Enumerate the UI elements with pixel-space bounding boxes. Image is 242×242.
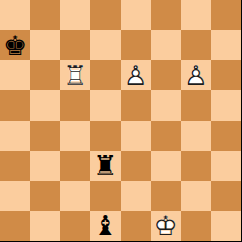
- black-rook-piece[interactable]: ♜: [90, 151, 120, 181]
- square-b1[interactable]: [30, 211, 60, 241]
- square-d6[interactable]: [90, 60, 120, 90]
- square-e2[interactable]: [121, 181, 151, 211]
- square-b2[interactable]: [30, 181, 60, 211]
- square-e1[interactable]: [121, 211, 151, 241]
- square-g6[interactable]: ♟♙: [181, 60, 211, 90]
- white-king-piece[interactable]: ♔: [151, 211, 181, 241]
- chess-diagram: ♚♜♖♟♙♟♙♜♝♚♔: [0, 0, 242, 242]
- square-b3[interactable]: [30, 151, 60, 181]
- square-c1[interactable]: [60, 211, 90, 241]
- square-h3[interactable]: [211, 151, 241, 181]
- white-pawn-piece[interactable]: ♙: [181, 60, 211, 90]
- square-c7[interactable]: [60, 30, 90, 60]
- square-g4[interactable]: [181, 121, 211, 151]
- square-a7[interactable]: ♚: [0, 30, 30, 60]
- square-a3[interactable]: [0, 151, 30, 181]
- square-c3[interactable]: [60, 151, 90, 181]
- square-h7[interactable]: [211, 30, 241, 60]
- square-e3[interactable]: [121, 151, 151, 181]
- square-a4[interactable]: [0, 121, 30, 151]
- square-b6[interactable]: [30, 60, 60, 90]
- square-g5[interactable]: [181, 90, 211, 120]
- square-c5[interactable]: [60, 90, 90, 120]
- square-f2[interactable]: [151, 181, 181, 211]
- square-g1[interactable]: [181, 211, 211, 241]
- square-f3[interactable]: [151, 151, 181, 181]
- square-e6[interactable]: ♟♙: [121, 60, 151, 90]
- square-a1[interactable]: [0, 211, 30, 241]
- white-pawn-piece[interactable]: ♙: [121, 60, 151, 90]
- square-c8[interactable]: [60, 0, 90, 30]
- square-f4[interactable]: [151, 121, 181, 151]
- square-f7[interactable]: [151, 30, 181, 60]
- square-h4[interactable]: [211, 121, 241, 151]
- black-king-piece[interactable]: ♚: [0, 30, 30, 60]
- square-d7[interactable]: [90, 30, 120, 60]
- square-b8[interactable]: [30, 0, 60, 30]
- square-f5[interactable]: [151, 90, 181, 120]
- square-d4[interactable]: [90, 121, 120, 151]
- square-a6[interactable]: [0, 60, 30, 90]
- white-rook-piece[interactable]: ♖: [60, 60, 90, 90]
- square-a8[interactable]: [0, 0, 30, 30]
- square-f8[interactable]: [151, 0, 181, 30]
- square-b5[interactable]: [30, 90, 60, 120]
- square-e5[interactable]: [121, 90, 151, 120]
- square-f6[interactable]: [151, 60, 181, 90]
- square-h8[interactable]: [211, 0, 241, 30]
- square-a2[interactable]: [0, 181, 30, 211]
- square-d2[interactable]: [90, 181, 120, 211]
- square-b4[interactable]: [30, 121, 60, 151]
- square-f1[interactable]: ♚♔: [151, 211, 181, 241]
- square-g8[interactable]: [181, 0, 211, 30]
- square-g3[interactable]: [181, 151, 211, 181]
- square-d3[interactable]: ♜: [90, 151, 120, 181]
- square-e8[interactable]: [121, 0, 151, 30]
- chess-board: ♚♜♖♟♙♟♙♜♝♚♔: [0, 0, 242, 242]
- square-c2[interactable]: [60, 181, 90, 211]
- square-h2[interactable]: [211, 181, 241, 211]
- square-a5[interactable]: [0, 90, 30, 120]
- square-c4[interactable]: [60, 121, 90, 151]
- square-h1[interactable]: [211, 211, 241, 241]
- square-h6[interactable]: [211, 60, 241, 90]
- square-h5[interactable]: [211, 90, 241, 120]
- square-c6[interactable]: ♜♖: [60, 60, 90, 90]
- square-e4[interactable]: [121, 121, 151, 151]
- square-d5[interactable]: [90, 90, 120, 120]
- square-g7[interactable]: [181, 30, 211, 60]
- black-bishop-piece[interactable]: ♝: [90, 211, 120, 241]
- square-b7[interactable]: [30, 30, 60, 60]
- square-e7[interactable]: [121, 30, 151, 60]
- square-d8[interactable]: [90, 0, 120, 30]
- square-d1[interactable]: ♝: [90, 211, 120, 241]
- square-g2[interactable]: [181, 181, 211, 211]
